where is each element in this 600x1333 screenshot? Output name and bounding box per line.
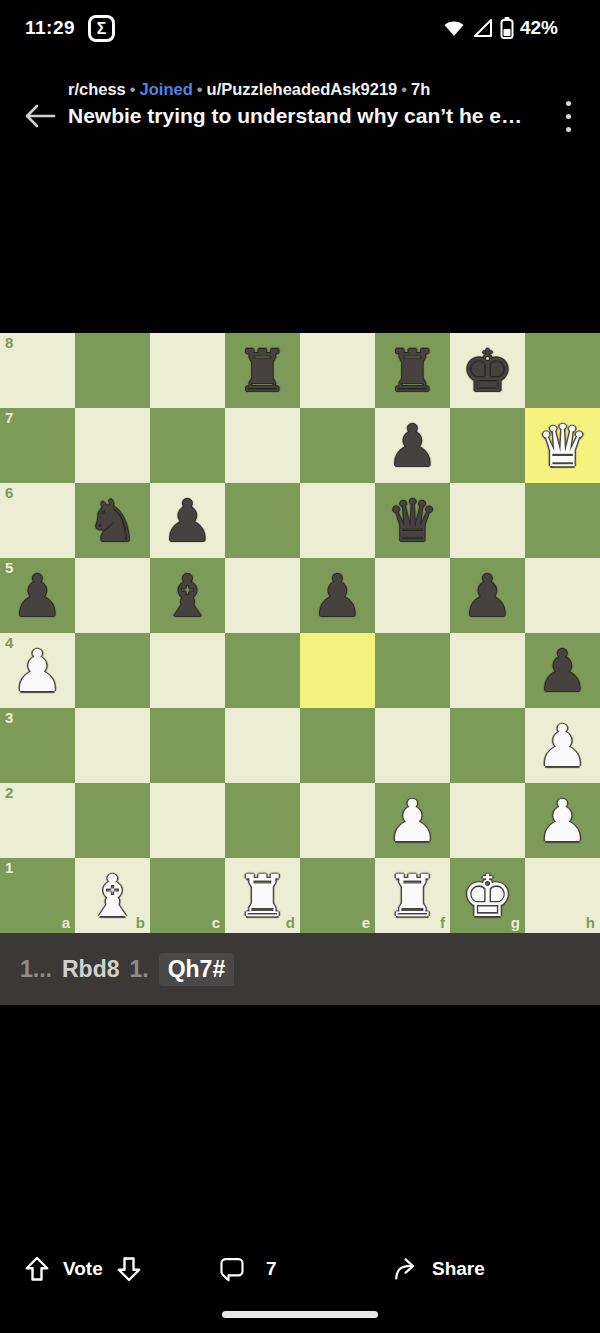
file-label-g: g [511, 915, 520, 930]
square-d2[interactable] [225, 783, 300, 858]
meta-separator: • [193, 80, 207, 98]
square-e6[interactable] [300, 483, 375, 558]
square-c3[interactable] [150, 708, 225, 783]
share-icon [391, 1255, 419, 1283]
square-e1[interactable]: e [300, 858, 375, 933]
square-h7[interactable]: ♛ [525, 408, 600, 483]
rank-label-6: 6 [5, 485, 13, 500]
upvote-button[interactable] [22, 1254, 52, 1284]
square-d5[interactable] [225, 558, 300, 633]
comment-count: 7 [266, 1258, 277, 1280]
chess-board: 8♜♜♚7♟♛6♞♟♛5♟♝♟♟4♟♟3♟2♟♟1ab♝cd♜ef♜g♚h [0, 333, 600, 933]
square-f4[interactable] [375, 633, 450, 708]
square-a1[interactable]: 1a [0, 858, 75, 933]
square-b6[interactable]: ♞ [75, 483, 150, 558]
square-d8[interactable]: ♜ [225, 333, 300, 408]
square-e8[interactable] [300, 333, 375, 408]
kebab-dot [566, 114, 571, 119]
black-rook: ♜ [375, 333, 450, 408]
square-d6[interactable] [225, 483, 300, 558]
square-c8[interactable] [150, 333, 225, 408]
meta-separator: • [126, 80, 140, 98]
overflow-menu-button[interactable] [558, 92, 578, 140]
rank-label-4: 4 [5, 635, 13, 650]
share-button[interactable]: Share [391, 1240, 485, 1298]
rank-label-8: 8 [5, 335, 13, 350]
square-g3[interactable] [450, 708, 525, 783]
file-label-a: a [62, 915, 70, 930]
square-e2[interactable] [300, 783, 375, 858]
rank-label-1: 1 [5, 860, 13, 875]
white-pawn: ♟ [375, 783, 450, 858]
battery-percent: 42% [520, 17, 558, 39]
file-label-b: b [136, 915, 145, 930]
square-f8[interactable]: ♜ [375, 333, 450, 408]
black-queen: ♛ [375, 483, 450, 558]
square-e4[interactable] [300, 633, 375, 708]
move-number-white: 1. [129, 956, 148, 983]
comment-bubble-icon [218, 1255, 246, 1283]
square-h4[interactable]: ♟ [525, 633, 600, 708]
move-number-black: 1... [20, 956, 52, 983]
square-b4[interactable] [75, 633, 150, 708]
file-label-f: f [440, 915, 445, 930]
square-h2[interactable]: ♟ [525, 783, 600, 858]
square-c1[interactable]: c [150, 858, 225, 933]
square-c4[interactable] [150, 633, 225, 708]
square-a5[interactable]: 5♟ [0, 558, 75, 633]
move-bar: 1... Rbd8 1. Qh7# [0, 933, 600, 1005]
rank-label-2: 2 [5, 785, 13, 800]
square-f3[interactable] [375, 708, 450, 783]
white-rook: ♜ [375, 858, 450, 933]
black-pawn: ♟ [300, 558, 375, 633]
square-b2[interactable] [75, 783, 150, 858]
square-b8[interactable] [75, 333, 150, 408]
wifi-icon [442, 17, 466, 39]
post-header: r/chess•Joined•u/PuzzleheadedAsk9219•7h … [0, 78, 600, 158]
kebab-dot [566, 127, 571, 132]
square-g4[interactable] [450, 633, 525, 708]
file-label-d: d [286, 915, 295, 930]
post-title: Newbie trying to understand why can’t he… [68, 104, 528, 128]
author-name[interactable]: u/PuzzleheadedAsk9219 [207, 80, 398, 98]
square-d4[interactable] [225, 633, 300, 708]
black-rook: ♜ [225, 333, 300, 408]
share-label: Share [432, 1258, 485, 1280]
square-b5[interactable] [75, 558, 150, 633]
cellular-signal-icon [472, 17, 494, 39]
post-action-bar: Vote 7 Share [0, 1240, 600, 1298]
meta-separator: • [397, 80, 411, 98]
file-label-c: c [212, 915, 220, 930]
square-b3[interactable] [75, 708, 150, 783]
square-g8[interactable]: ♚ [450, 333, 525, 408]
white-queen: ♛ [525, 408, 600, 483]
rank-label-7: 7 [5, 410, 13, 425]
black-knight: ♞ [75, 483, 150, 558]
sigma-notification-icon: Σ [88, 15, 115, 42]
square-e5[interactable]: ♟ [300, 558, 375, 633]
black-bishop: ♝ [150, 558, 225, 633]
square-a2[interactable]: 2 [0, 783, 75, 858]
file-label-e: e [362, 915, 370, 930]
square-a3[interactable]: 3 [0, 708, 75, 783]
file-label-h: h [586, 915, 595, 930]
black-pawn: ♟ [450, 558, 525, 633]
square-f1[interactable]: f♜ [375, 858, 450, 933]
white-pawn: ♟ [525, 708, 600, 783]
square-f7[interactable]: ♟ [375, 408, 450, 483]
black-pawn: ♟ [150, 483, 225, 558]
square-a8[interactable]: 8 [0, 333, 75, 408]
post-meta: r/chess•Joined•u/PuzzleheadedAsk9219•7h [68, 80, 528, 99]
square-c7[interactable] [150, 408, 225, 483]
square-d1[interactable]: d♜ [225, 858, 300, 933]
move-white-qh7-current[interactable]: Qh7# [159, 953, 235, 986]
vote-label: Vote [63, 1258, 103, 1280]
square-c2[interactable] [150, 783, 225, 858]
square-e7[interactable] [300, 408, 375, 483]
rank-label-3: 3 [5, 710, 13, 725]
downvote-button[interactable] [114, 1254, 144, 1284]
square-a4[interactable]: 4♟ [0, 633, 75, 708]
square-g2[interactable] [450, 783, 525, 858]
square-c5[interactable]: ♝ [150, 558, 225, 633]
black-pawn: ♟ [525, 633, 600, 708]
back-arrow-icon [20, 122, 60, 139]
clock: 11:29 [25, 17, 75, 39]
square-g6[interactable] [450, 483, 525, 558]
square-h3[interactable]: ♟ [525, 708, 600, 783]
square-f2[interactable]: ♟ [375, 783, 450, 858]
post-age: 7h [411, 80, 430, 98]
square-h1[interactable]: h [525, 858, 600, 933]
move-black-rbd8[interactable]: Rbd8 [62, 956, 120, 983]
rank-label-5: 5 [5, 560, 13, 575]
battery-icon [500, 16, 514, 40]
square-d7[interactable] [225, 408, 300, 483]
square-h5[interactable] [525, 558, 600, 633]
square-h8[interactable] [525, 333, 600, 408]
reddit-post-screen: 11:29 Σ 42% [0, 0, 600, 1333]
back-button[interactable] [20, 96, 60, 136]
square-e3[interactable] [300, 708, 375, 783]
kebab-dot [566, 101, 571, 106]
square-h6[interactable] [525, 483, 600, 558]
square-b7[interactable] [75, 408, 150, 483]
square-g1[interactable]: g♚ [450, 858, 525, 933]
square-a6[interactable]: 6 [0, 483, 75, 558]
square-g5[interactable]: ♟ [450, 558, 525, 633]
black-pawn: ♟ [375, 408, 450, 483]
square-a7[interactable]: 7 [0, 408, 75, 483]
square-f6[interactable]: ♛ [375, 483, 450, 558]
square-g7[interactable] [450, 408, 525, 483]
joined-link[interactable]: Joined [140, 80, 193, 98]
home-indicator[interactable] [222, 1311, 378, 1318]
comments-button[interactable]: 7 [218, 1240, 277, 1298]
status-bar: 11:29 Σ 42% [0, 0, 600, 60]
square-c6[interactable]: ♟ [150, 483, 225, 558]
white-pawn: ♟ [525, 783, 600, 858]
square-d3[interactable] [225, 708, 300, 783]
black-king: ♚ [450, 333, 525, 408]
square-b1[interactable]: b♝ [75, 858, 150, 933]
square-f5[interactable] [375, 558, 450, 633]
subreddit-name[interactable]: r/chess [68, 80, 126, 98]
